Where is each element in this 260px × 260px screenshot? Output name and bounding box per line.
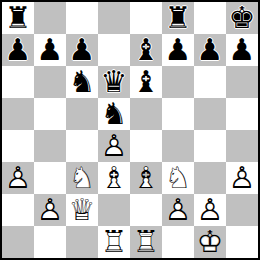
- piece-white-pawn: ♙: [194, 194, 226, 226]
- piece-black-bishop: ♝: [130, 66, 162, 98]
- piece-white-pawn: ♙: [98, 130, 130, 162]
- square-c7[interactable]: ♟: [66, 34, 98, 66]
- piece-white-queen-fill: ♛: [66, 194, 98, 226]
- square-b3[interactable]: [34, 162, 66, 194]
- square-c3[interactable]: ♞♘: [66, 162, 98, 194]
- piece-white-pawn: ♙: [2, 162, 34, 194]
- square-a2[interactable]: [2, 194, 34, 226]
- piece-white-knight: ♘: [162, 162, 194, 194]
- square-c6[interactable]: ♞: [66, 66, 98, 98]
- square-b5[interactable]: [34, 98, 66, 130]
- piece-white-bishop-fill: ♝: [130, 162, 162, 194]
- square-a5[interactable]: [2, 98, 34, 130]
- square-a7[interactable]: ♟: [2, 34, 34, 66]
- square-a6[interactable]: [2, 66, 34, 98]
- square-g3[interactable]: [194, 162, 226, 194]
- square-a3[interactable]: ♟♙: [2, 162, 34, 194]
- square-e6[interactable]: ♝: [130, 66, 162, 98]
- piece-white-knight: ♘: [66, 162, 98, 194]
- piece-black-rook: ♜: [162, 2, 194, 34]
- square-h3[interactable]: ♟♙: [226, 162, 258, 194]
- square-d6[interactable]: ♛: [98, 66, 130, 98]
- square-f8[interactable]: ♜: [162, 2, 194, 34]
- square-g2[interactable]: ♟♙: [194, 194, 226, 226]
- square-g5[interactable]: [194, 98, 226, 130]
- square-b4[interactable]: [34, 130, 66, 162]
- square-a4[interactable]: [2, 130, 34, 162]
- square-f7[interactable]: ♟: [162, 34, 194, 66]
- piece-black-king: ♚: [226, 2, 258, 34]
- square-b6[interactable]: [34, 66, 66, 98]
- piece-black-pawn: ♟: [226, 34, 258, 66]
- square-e5[interactable]: [130, 98, 162, 130]
- square-e3[interactable]: ♝♗: [130, 162, 162, 194]
- square-e1[interactable]: ♜♖: [130, 226, 162, 258]
- piece-black-pawn: ♟: [34, 34, 66, 66]
- square-c5[interactable]: [66, 98, 98, 130]
- square-g7[interactable]: ♟: [194, 34, 226, 66]
- piece-black-rook: ♜: [2, 2, 34, 34]
- piece-white-bishop: ♗: [130, 162, 162, 194]
- square-b8[interactable]: [34, 2, 66, 34]
- piece-white-knight-fill: ♞: [162, 162, 194, 194]
- square-d4[interactable]: ♟♙: [98, 130, 130, 162]
- square-f5[interactable]: [162, 98, 194, 130]
- piece-white-pawn: ♙: [162, 194, 194, 226]
- square-b2[interactable]: ♟♙: [34, 194, 66, 226]
- square-d1[interactable]: ♜♖: [98, 226, 130, 258]
- piece-black-knight: ♞: [66, 66, 98, 98]
- piece-white-pawn-fill: ♟: [162, 194, 194, 226]
- square-f2[interactable]: ♟♙: [162, 194, 194, 226]
- square-e2[interactable]: [130, 194, 162, 226]
- square-f6[interactable]: [162, 66, 194, 98]
- piece-white-pawn: ♙: [226, 162, 258, 194]
- square-h4[interactable]: [226, 130, 258, 162]
- square-c2[interactable]: ♛♕: [66, 194, 98, 226]
- square-c4[interactable]: [66, 130, 98, 162]
- square-d3[interactable]: ♝♗: [98, 162, 130, 194]
- square-e4[interactable]: [130, 130, 162, 162]
- piece-white-king: ♔: [194, 226, 226, 258]
- square-c1[interactable]: [66, 226, 98, 258]
- square-e8[interactable]: [130, 2, 162, 34]
- chess-board: ♜♜♚♟♟♟♝♟♟♟♞♛♝♞♟♙♟♙♞♘♝♗♝♗♞♘♟♙♟♙♛♕♟♙♟♙♜♖♜♖…: [0, 0, 260, 260]
- square-b7[interactable]: ♟: [34, 34, 66, 66]
- piece-black-queen: ♛: [98, 66, 130, 98]
- square-f1[interactable]: [162, 226, 194, 258]
- piece-black-knight: ♞: [98, 98, 130, 130]
- square-g8[interactable]: [194, 2, 226, 34]
- square-g1[interactable]: ♚♔: [194, 226, 226, 258]
- square-a1[interactable]: [2, 226, 34, 258]
- square-c8[interactable]: [66, 2, 98, 34]
- square-h6[interactable]: [226, 66, 258, 98]
- piece-white-pawn-fill: ♟: [194, 194, 226, 226]
- square-d8[interactable]: [98, 2, 130, 34]
- piece-white-bishop-fill: ♝: [98, 162, 130, 194]
- piece-white-rook: ♖: [130, 226, 162, 258]
- square-a8[interactable]: ♜: [2, 2, 34, 34]
- piece-black-bishop: ♝: [130, 34, 162, 66]
- square-h1[interactable]: [226, 226, 258, 258]
- piece-white-rook-fill: ♜: [98, 226, 130, 258]
- piece-white-pawn-fill: ♟: [98, 130, 130, 162]
- square-b1[interactable]: [34, 226, 66, 258]
- piece-white-pawn-fill: ♟: [34, 194, 66, 226]
- square-h5[interactable]: [226, 98, 258, 130]
- piece-white-pawn-fill: ♟: [2, 162, 34, 194]
- square-d7[interactable]: [98, 34, 130, 66]
- piece-white-king-fill: ♚: [194, 226, 226, 258]
- square-e7[interactable]: ♝: [130, 34, 162, 66]
- square-f4[interactable]: [162, 130, 194, 162]
- piece-black-pawn: ♟: [194, 34, 226, 66]
- square-d5[interactable]: ♞: [98, 98, 130, 130]
- piece-black-pawn: ♟: [162, 34, 194, 66]
- piece-white-pawn-fill: ♟: [226, 162, 258, 194]
- piece-white-pawn: ♙: [34, 194, 66, 226]
- square-h7[interactable]: ♟: [226, 34, 258, 66]
- piece-white-rook-fill: ♜: [130, 226, 162, 258]
- piece-black-pawn: ♟: [2, 34, 34, 66]
- square-h2[interactable]: [226, 194, 258, 226]
- piece-white-knight-fill: ♞: [66, 162, 98, 194]
- piece-white-rook: ♖: [98, 226, 130, 258]
- square-f3[interactable]: ♞♘: [162, 162, 194, 194]
- square-h8[interactable]: ♚: [226, 2, 258, 34]
- square-g6[interactable]: [194, 66, 226, 98]
- piece-white-queen: ♕: [66, 194, 98, 226]
- piece-white-bishop: ♗: [98, 162, 130, 194]
- piece-black-pawn: ♟: [66, 34, 98, 66]
- square-d2[interactable]: [98, 194, 130, 226]
- square-g4[interactable]: [194, 130, 226, 162]
